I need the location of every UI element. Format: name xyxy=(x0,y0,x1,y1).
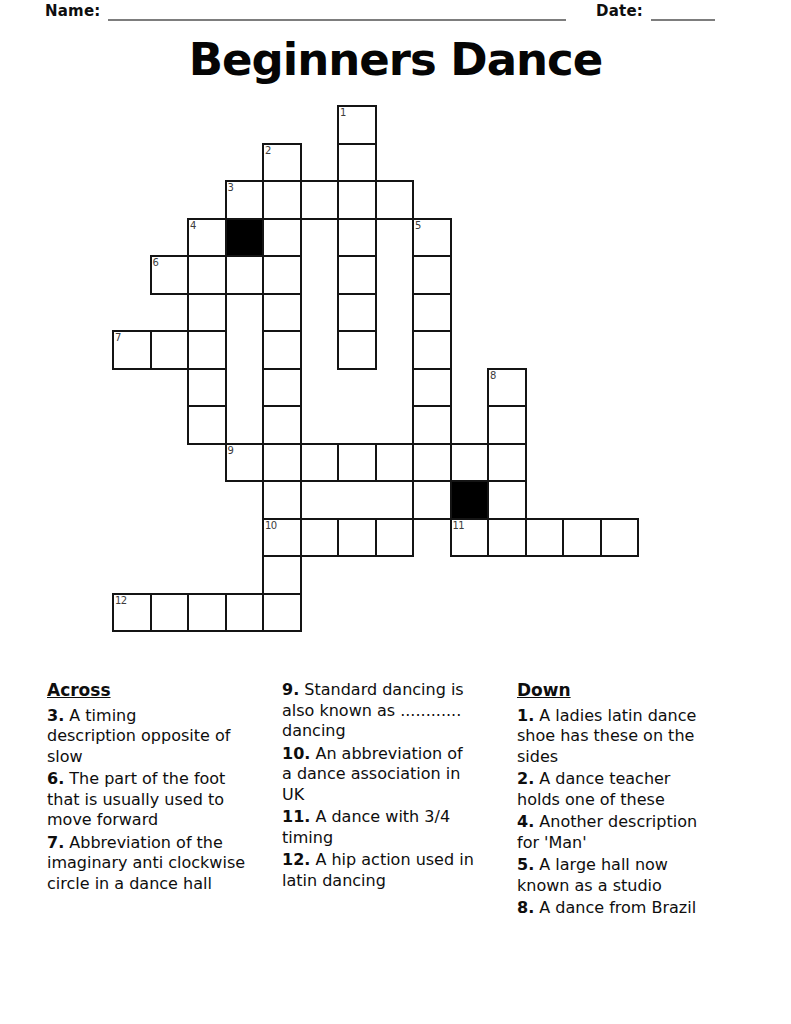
clue-item: 7. Abbreviation of the imaginary anti cl… xyxy=(47,833,265,895)
grid-cell[interactable] xyxy=(338,331,376,369)
grid-cell[interactable] xyxy=(413,481,451,519)
clue-item: 12. A hip action used in latin dancing xyxy=(282,850,504,891)
clue-number: 8. xyxy=(517,898,534,917)
clue-text: A timing description opposite of slow xyxy=(47,706,230,766)
grid-cell[interactable] xyxy=(338,144,376,182)
clue-number: 6. xyxy=(47,769,64,788)
grid-cell[interactable] xyxy=(376,181,414,219)
grid-cell[interactable] xyxy=(188,294,226,332)
grid-cell[interactable] xyxy=(338,219,376,257)
down-heading: Down xyxy=(517,680,745,701)
across-clues-column: Across 3. A timing description opposite … xyxy=(47,680,265,896)
clue-item: 9. Standard dancing is also known as ...… xyxy=(282,680,504,742)
down-clues-column: Down 1. A ladies latin dance shoe has th… xyxy=(517,680,745,921)
across-clue-list: 3. A timing description opposite of slow… xyxy=(47,706,265,895)
clue-text: The part of the foot that is usually use… xyxy=(47,769,225,829)
grid-cell[interactable] xyxy=(301,444,339,482)
clue-text: A large hall now known as a studio xyxy=(517,855,668,895)
grid-cell[interactable] xyxy=(263,444,301,482)
clue-number: 2. xyxy=(517,769,534,788)
grid-cell[interactable] xyxy=(413,256,451,294)
clue-item: 4. Another description for 'Man' xyxy=(517,812,745,853)
black-cell xyxy=(451,481,489,519)
grid-cell[interactable]: 12 xyxy=(113,594,151,632)
grid-cell[interactable] xyxy=(263,219,301,257)
clue-number: 5. xyxy=(517,855,534,874)
clue-number-label: 4 xyxy=(190,220,196,231)
grid-cell[interactable] xyxy=(188,256,226,294)
clue-number-label: 7 xyxy=(115,332,121,343)
grid-cell[interactable] xyxy=(563,519,601,557)
clue-text: Another description for 'Man' xyxy=(517,812,697,852)
clue-text: A hip action used in latin dancing xyxy=(282,850,474,890)
clue-text: A ladies latin dance shoe has these on t… xyxy=(517,706,696,766)
grid-cell[interactable] xyxy=(263,406,301,444)
grid-cell[interactable] xyxy=(151,594,189,632)
name-label: Name: xyxy=(45,2,100,21)
grid-cell[interactable]: 7 xyxy=(113,331,151,369)
grid-cell[interactable]: 2 xyxy=(263,144,301,182)
clue-number: 10. xyxy=(282,744,310,763)
grid-cell[interactable]: 9 xyxy=(226,444,264,482)
clue-number: 11. xyxy=(282,807,310,826)
grid-cell[interactable] xyxy=(413,331,451,369)
grid-cell[interactable] xyxy=(488,406,526,444)
grid-cell[interactable] xyxy=(376,519,414,557)
clue-number-label: 11 xyxy=(453,520,465,531)
clue-item: 5. A large hall now known as a studio xyxy=(517,855,745,896)
clue-text: Standard dancing is also known as ......… xyxy=(282,680,464,740)
grid-cell[interactable] xyxy=(338,181,376,219)
clue-number-label: 6 xyxy=(153,257,159,268)
grid-cell[interactable] xyxy=(263,556,301,594)
clue-item: 2. A dance teacher holds one of these xyxy=(517,769,745,810)
page-title: Beginners Dance xyxy=(0,33,791,86)
clue-text: A dance from Brazil xyxy=(534,898,696,917)
grid-cell[interactable]: 6 xyxy=(151,256,189,294)
grid-cell[interactable] xyxy=(188,594,226,632)
clue-number-label: 12 xyxy=(115,595,127,606)
clue-number-label: 3 xyxy=(228,182,234,193)
grid-cell[interactable]: 3 xyxy=(226,181,264,219)
grid-cell[interactable] xyxy=(601,519,639,557)
grid-cell[interactable] xyxy=(413,294,451,332)
grid-cell[interactable]: 10 xyxy=(263,519,301,557)
grid-cell[interactable] xyxy=(263,369,301,407)
clue-number-label: 5 xyxy=(415,220,421,231)
clue-number: 1. xyxy=(517,706,534,725)
grid-cell[interactable] xyxy=(263,181,301,219)
grid-cell[interactable]: 11 xyxy=(451,519,489,557)
clue-item: 11. A dance with 3/4 timing xyxy=(282,807,504,848)
grid-cell[interactable] xyxy=(263,594,301,632)
grid-cell[interactable] xyxy=(226,256,264,294)
clue-text: An abbreviation of a dance association i… xyxy=(282,744,463,804)
grid-cell[interactable]: 4 xyxy=(188,219,226,257)
clue-number-label: 1 xyxy=(340,107,346,118)
grid-cell[interactable] xyxy=(226,594,264,632)
clue-number-label: 10 xyxy=(265,520,277,531)
grid-cell[interactable] xyxy=(488,444,526,482)
clue-number-label: 8 xyxy=(490,370,496,381)
grid-cell[interactable] xyxy=(151,331,189,369)
grid-cell[interactable] xyxy=(263,294,301,332)
clue-number: 3. xyxy=(47,706,64,725)
grid-cell[interactable]: 5 xyxy=(413,219,451,257)
grid-cell[interactable] xyxy=(188,369,226,407)
grid-cell[interactable]: 1 xyxy=(338,106,376,144)
clue-item: 3. A timing description opposite of slow xyxy=(47,706,265,768)
grid-cell[interactable] xyxy=(338,519,376,557)
grid-cell[interactable] xyxy=(488,481,526,519)
grid-cell[interactable] xyxy=(338,294,376,332)
clue-number: 12. xyxy=(282,850,310,869)
grid-cell[interactable] xyxy=(188,331,226,369)
black-cell xyxy=(226,219,264,257)
clue-text: Abbreviation of the imaginary anti clock… xyxy=(47,833,245,893)
grid-cell[interactable] xyxy=(376,444,414,482)
grid-cell[interactable] xyxy=(338,444,376,482)
grid-cell[interactable] xyxy=(526,519,564,557)
grid-cell[interactable] xyxy=(301,181,339,219)
grid-cell[interactable] xyxy=(263,256,301,294)
grid-cell[interactable] xyxy=(451,444,489,482)
clue-number: 9. xyxy=(282,680,299,699)
grid-cell[interactable] xyxy=(413,369,451,407)
worksheet-page: Name: Date: Beginners Dance 123456789101… xyxy=(0,0,791,1024)
date-label: Date: xyxy=(596,2,643,21)
grid-cell[interactable] xyxy=(338,256,376,294)
across-clues-column-continued: 9. Standard dancing is also known as ...… xyxy=(282,680,504,893)
name-blank-line[interactable] xyxy=(108,3,566,21)
crossword-grid: 123456789101112 xyxy=(113,106,639,632)
clue-text: A dance teacher holds one of these xyxy=(517,769,670,809)
clue-number: 7. xyxy=(47,833,64,852)
grid-cell[interactable]: 8 xyxy=(488,369,526,407)
grid-cell[interactable] xyxy=(413,444,451,482)
grid-cell[interactable] xyxy=(263,331,301,369)
clue-number-label: 2 xyxy=(265,145,271,156)
clue-number: 4. xyxy=(517,812,534,831)
grid-cell[interactable] xyxy=(301,519,339,557)
clue-item: 6. The part of the foot that is usually … xyxy=(47,769,265,831)
clue-number-label: 9 xyxy=(228,445,234,456)
clue-item: 1. A ladies latin dance shoe has these o… xyxy=(517,706,745,768)
across-clue-list-continued: 9. Standard dancing is also known as ...… xyxy=(282,680,504,891)
across-heading: Across xyxy=(47,680,265,701)
grid-cell[interactable] xyxy=(488,519,526,557)
clue-item: 8. A dance from Brazil xyxy=(517,898,745,919)
grid-cell[interactable] xyxy=(188,406,226,444)
worksheet-header: Name: Date: xyxy=(45,2,715,21)
clue-item: 10. An abbreviation of a dance associati… xyxy=(282,744,504,806)
grid-cell[interactable] xyxy=(263,481,301,519)
down-clue-list: 1. A ladies latin dance shoe has these o… xyxy=(517,706,745,919)
date-blank-line[interactable] xyxy=(651,3,715,21)
grid-cell[interactable] xyxy=(413,406,451,444)
